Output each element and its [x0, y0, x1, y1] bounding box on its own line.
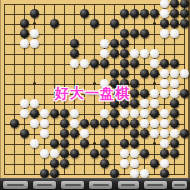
- black-stone: [170, 9, 180, 19]
- black-stone: [70, 49, 80, 59]
- white-stone: [140, 99, 150, 109]
- black-stone: [170, 119, 180, 129]
- grid-line-vertical: [14, 4, 15, 175]
- white-stone: [160, 79, 170, 89]
- black-stone: [90, 19, 100, 29]
- white-stone: [70, 119, 80, 129]
- white-stone: [170, 89, 180, 99]
- black-stone: [70, 39, 80, 49]
- black-stone: [120, 29, 130, 39]
- black-stone: [110, 109, 120, 119]
- toolbar-button-illegible-text: [37, 184, 53, 186]
- white-stone: [160, 0, 170, 8]
- black-stone: [80, 119, 90, 129]
- white-stone: [170, 79, 180, 89]
- black-stone: [130, 59, 140, 69]
- white-stone: [30, 39, 40, 49]
- black-stone: [80, 9, 90, 19]
- white-stone: [30, 99, 40, 109]
- black-stone: [110, 49, 120, 59]
- grid-line-horizontal: [4, 174, 185, 175]
- white-stone: [130, 159, 140, 169]
- toolbar-button-1[interactable]: [3, 181, 28, 189]
- white-stone: [140, 109, 150, 119]
- white-stone: [40, 129, 50, 139]
- star-point: [153, 82, 156, 85]
- black-stone: [160, 169, 170, 178]
- grid-line-horizontal: [4, 4, 185, 5]
- black-stone: [140, 69, 150, 79]
- star-point: [153, 142, 156, 145]
- star-point: [153, 22, 156, 25]
- black-stone: [120, 49, 130, 59]
- toolbar-button-5[interactable]: [118, 181, 139, 189]
- white-stone: [130, 169, 140, 178]
- black-stone: [120, 139, 130, 149]
- white-stone: [130, 49, 140, 59]
- white-stone: [150, 129, 160, 139]
- white-stone: [40, 149, 50, 159]
- toolbar-button-illegible-text: [121, 184, 135, 186]
- black-stone: [130, 79, 140, 89]
- toolbar-button-illegible-text: [174, 184, 184, 186]
- black-stone: [150, 159, 160, 169]
- black-stone: [110, 119, 120, 129]
- black-stone: [100, 159, 110, 169]
- black-stone: [140, 89, 150, 99]
- black-stone: [40, 169, 50, 178]
- white-stone: [140, 169, 150, 178]
- black-stone: [140, 129, 150, 139]
- black-stone: [130, 99, 140, 109]
- black-stone: [120, 69, 130, 79]
- white-stone: [80, 59, 90, 69]
- black-stone: [30, 9, 40, 19]
- white-stone: [20, 39, 30, 49]
- black-stone: [20, 19, 30, 29]
- toolbar-button-4[interactable]: [89, 181, 112, 189]
- star-point: [33, 22, 36, 25]
- white-stone: [120, 159, 130, 169]
- white-stone: [170, 129, 180, 139]
- white-stone: [150, 89, 160, 99]
- white-stone: [160, 29, 170, 39]
- grid-line-vertical: [4, 4, 5, 175]
- black-stone: [170, 59, 180, 69]
- white-stone: [150, 119, 160, 129]
- black-stone: [60, 139, 70, 149]
- white-stone: [20, 99, 30, 109]
- white-stone: [160, 109, 170, 119]
- toolbar-button-3[interactable]: [61, 181, 84, 189]
- white-stone: [120, 109, 130, 119]
- black-stone: [130, 129, 140, 139]
- white-stone: [70, 109, 80, 119]
- white-stone: [160, 89, 170, 99]
- black-stone: [160, 149, 170, 159]
- black-stone: [50, 139, 60, 149]
- black-stone: [50, 109, 60, 119]
- white-stone: [170, 29, 180, 39]
- white-stone: [150, 49, 160, 59]
- black-stone: [130, 139, 140, 149]
- black-stone: [170, 149, 180, 159]
- black-stone: [130, 119, 140, 129]
- white-stone: [100, 109, 110, 119]
- white-stone: [130, 109, 140, 119]
- black-stone: [110, 169, 120, 178]
- black-stone: [110, 39, 120, 49]
- toolbar-button-illegible-text: [93, 184, 109, 186]
- white-stone: [160, 119, 170, 129]
- white-stone: [30, 139, 40, 149]
- black-stone: [110, 69, 120, 79]
- black-stone: [180, 19, 190, 29]
- white-stone: [170, 69, 180, 79]
- black-stone: [130, 29, 140, 39]
- white-stone: [130, 149, 140, 159]
- black-stone: [160, 59, 170, 69]
- black-stone: [60, 159, 70, 169]
- white-stone: [180, 69, 190, 79]
- black-stone: [10, 119, 20, 129]
- black-stone: [170, 99, 180, 109]
- black-stone: [170, 109, 180, 119]
- white-stone: [50, 149, 60, 159]
- white-stone: [160, 159, 170, 169]
- white-stone: [100, 39, 110, 49]
- black-stone: [150, 69, 160, 79]
- black-stone: [140, 29, 150, 39]
- star-point: [93, 142, 96, 145]
- black-stone: [50, 159, 60, 169]
- black-stone: [60, 129, 70, 139]
- white-stone: [20, 109, 30, 119]
- toolbar-button-6[interactable]: [144, 181, 167, 189]
- black-stone: [140, 149, 150, 159]
- go-app-screen: 好大一盘棋: [0, 0, 190, 190]
- black-stone: [60, 119, 70, 129]
- black-stone: [120, 119, 130, 129]
- black-stone: [90, 119, 100, 129]
- caption-overlay-text: 好大一盘棋: [55, 85, 130, 103]
- black-stone: [20, 29, 30, 39]
- black-stone: [60, 149, 70, 159]
- white-stone: [30, 119, 40, 129]
- white-stone: [80, 129, 90, 139]
- white-stone: [160, 69, 170, 79]
- toolbar-button-7[interactable]: [172, 181, 187, 189]
- black-stone: [160, 19, 170, 29]
- white-stone: [140, 119, 150, 129]
- black-stone: [150, 109, 160, 119]
- white-stone: [150, 59, 160, 69]
- black-stone: [130, 89, 140, 99]
- black-stone: [170, 139, 180, 149]
- white-stone: [160, 139, 170, 149]
- white-stone: [30, 29, 40, 39]
- black-stone: [70, 129, 80, 139]
- toolbar-button-illegible-text: [147, 184, 163, 186]
- black-stone: [180, 89, 190, 99]
- black-stone: [20, 129, 30, 139]
- white-stone: [160, 129, 170, 139]
- black-stone: [100, 149, 110, 159]
- star-point: [33, 82, 36, 85]
- black-stone: [30, 109, 40, 119]
- black-stone: [150, 9, 160, 19]
- black-stone: [60, 109, 70, 119]
- black-stone: [180, 129, 190, 139]
- black-stone: [130, 9, 140, 19]
- black-stone: [170, 19, 180, 29]
- black-stone: [120, 39, 130, 49]
- black-stone: [50, 19, 60, 29]
- black-stone: [110, 19, 120, 29]
- black-stone: [50, 169, 60, 178]
- toolbar-button-illegible-text: [7, 184, 24, 186]
- white-stone: [40, 119, 50, 129]
- black-stone: [120, 9, 130, 19]
- black-stone: [170, 0, 180, 8]
- black-stone: [180, 0, 190, 8]
- black-stone: [180, 9, 190, 19]
- white-stone: [140, 49, 150, 59]
- black-stone: [120, 59, 130, 69]
- black-stone: [80, 139, 90, 149]
- toolbar-button-illegible-text: [65, 184, 81, 186]
- black-stone: [100, 119, 110, 129]
- white-stone: [40, 109, 50, 119]
- toolbar-button-2[interactable]: [33, 181, 56, 189]
- white-stone: [70, 59, 80, 69]
- white-stone: [120, 149, 130, 159]
- black-stone: [70, 149, 80, 159]
- bottom-toolbar: [0, 178, 190, 190]
- white-stone: [160, 9, 170, 19]
- black-stone: [100, 59, 110, 69]
- black-stone: [140, 9, 150, 19]
- black-stone: [90, 149, 100, 159]
- black-stone: [100, 139, 110, 149]
- black-stone: [90, 59, 100, 69]
- white-stone: [150, 99, 160, 109]
- white-stone: [100, 49, 110, 59]
